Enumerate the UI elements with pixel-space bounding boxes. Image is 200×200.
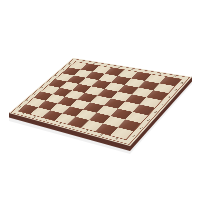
chessboard-product-photo[interactable]: aabbccddeeffgghh8877665544332211 (0, 0, 200, 200)
